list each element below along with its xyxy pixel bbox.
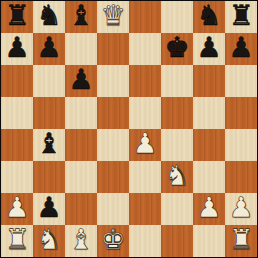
square-c2[interactable] <box>65 193 97 225</box>
square-d1[interactable]: ♚ <box>97 225 129 257</box>
square-e2[interactable] <box>129 193 161 225</box>
square-f6[interactable] <box>161 65 193 97</box>
square-c7[interactable] <box>65 33 97 65</box>
square-e1[interactable] <box>129 225 161 257</box>
square-d8[interactable]: ♛ <box>97 1 129 33</box>
square-h1[interactable]: ♜ <box>225 225 257 257</box>
square-d3[interactable] <box>97 161 129 193</box>
square-h6[interactable] <box>225 65 257 97</box>
square-f7[interactable]: ♚ <box>161 33 193 65</box>
square-c6[interactable]: ♟ <box>65 65 97 97</box>
square-d7[interactable] <box>97 33 129 65</box>
square-a5[interactable] <box>1 97 33 129</box>
square-d5[interactable] <box>97 97 129 129</box>
square-b6[interactable] <box>33 65 65 97</box>
white-queen: ♛ <box>100 1 125 32</box>
square-b7[interactable]: ♟ <box>33 33 65 65</box>
black-king: ♚ <box>164 33 189 64</box>
black-pawn: ♟ <box>196 33 221 64</box>
square-g8[interactable]: ♞ <box>193 1 225 33</box>
square-a3[interactable] <box>1 161 33 193</box>
square-b1[interactable]: ♞ <box>33 225 65 257</box>
square-e8[interactable] <box>129 1 161 33</box>
square-g7[interactable]: ♟ <box>193 33 225 65</box>
square-c5[interactable] <box>65 97 97 129</box>
square-a1[interactable]: ♜ <box>1 225 33 257</box>
black-pawn: ♟ <box>4 33 29 64</box>
square-h5[interactable] <box>225 97 257 129</box>
white-rook: ♜ <box>4 225 29 256</box>
square-f3[interactable]: ♞ <box>161 161 193 193</box>
square-a8[interactable]: ♜ <box>1 1 33 33</box>
square-c4[interactable] <box>65 129 97 161</box>
square-d6[interactable] <box>97 65 129 97</box>
square-f1[interactable] <box>161 225 193 257</box>
square-h4[interactable] <box>225 129 257 161</box>
square-f2[interactable] <box>161 193 193 225</box>
square-a7[interactable]: ♟ <box>1 33 33 65</box>
white-knight: ♞ <box>36 225 61 256</box>
square-b8[interactable]: ♞ <box>33 1 65 33</box>
chess-board: ♜♞♝♛♞♜♟♟♚♟♟♟♝♟♞♟♟♟♟♜♞♝♚♜ <box>0 0 258 258</box>
black-pawn: ♟ <box>36 193 61 224</box>
square-b4[interactable]: ♝ <box>33 129 65 161</box>
square-e4[interactable]: ♟ <box>129 129 161 161</box>
chessboard-window: ♜♞♝♛♞♜♟♟♚♟♟♟♝♟♞♟♟♟♟♜♞♝♚♜ <box>0 0 258 258</box>
black-knight: ♞ <box>36 1 61 32</box>
square-f5[interactable] <box>161 97 193 129</box>
square-c1[interactable]: ♝ <box>65 225 97 257</box>
square-h7[interactable]: ♟ <box>225 33 257 65</box>
square-c3[interactable] <box>65 161 97 193</box>
square-f4[interactable] <box>161 129 193 161</box>
square-e5[interactable] <box>129 97 161 129</box>
square-e6[interactable] <box>129 65 161 97</box>
square-g6[interactable] <box>193 65 225 97</box>
black-rook: ♜ <box>228 1 253 32</box>
square-h2[interactable]: ♟ <box>225 193 257 225</box>
square-d2[interactable] <box>97 193 129 225</box>
square-h8[interactable]: ♜ <box>225 1 257 33</box>
square-b5[interactable] <box>33 97 65 129</box>
black-knight: ♞ <box>196 1 221 32</box>
white-pawn: ♟ <box>228 193 253 224</box>
square-a2[interactable]: ♟ <box>1 193 33 225</box>
black-bishop: ♝ <box>36 129 61 160</box>
square-b3[interactable] <box>33 161 65 193</box>
white-knight: ♞ <box>164 161 189 192</box>
white-king: ♚ <box>100 225 125 256</box>
square-b2[interactable]: ♟ <box>33 193 65 225</box>
square-f8[interactable] <box>161 1 193 33</box>
white-rook: ♜ <box>228 225 253 256</box>
white-pawn: ♟ <box>196 193 221 224</box>
square-g1[interactable] <box>193 225 225 257</box>
black-pawn: ♟ <box>36 33 61 64</box>
square-g3[interactable] <box>193 161 225 193</box>
square-c8[interactable]: ♝ <box>65 1 97 33</box>
square-h3[interactable] <box>225 161 257 193</box>
square-g5[interactable] <box>193 97 225 129</box>
square-g4[interactable] <box>193 129 225 161</box>
white-pawn: ♟ <box>4 193 29 224</box>
square-d4[interactable] <box>97 129 129 161</box>
black-rook: ♜ <box>4 1 29 32</box>
black-pawn: ♟ <box>228 33 253 64</box>
white-pawn: ♟ <box>132 129 157 160</box>
black-pawn: ♟ <box>68 65 93 96</box>
black-bishop: ♝ <box>68 1 93 32</box>
square-g2[interactable]: ♟ <box>193 193 225 225</box>
square-e3[interactable] <box>129 161 161 193</box>
white-bishop: ♝ <box>68 225 93 256</box>
square-a6[interactable] <box>1 65 33 97</box>
square-a4[interactable] <box>1 129 33 161</box>
square-e7[interactable] <box>129 33 161 65</box>
